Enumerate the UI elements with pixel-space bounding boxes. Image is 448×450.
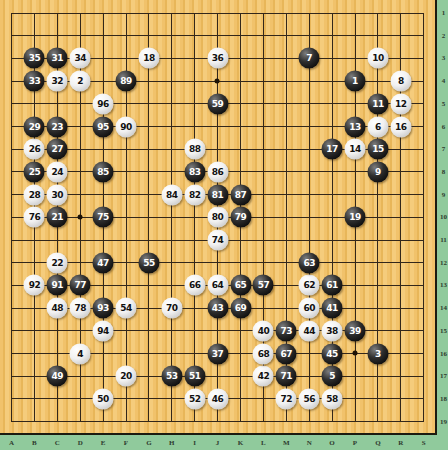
stone-white: 92	[24, 275, 45, 296]
stone-black: 75	[93, 207, 114, 228]
go-board-diagram: 1234567891011121314151617181920212223242…	[0, 0, 448, 450]
stone-number: 94	[97, 326, 109, 335]
stone-white: 62	[299, 275, 320, 296]
row-label: 16	[438, 350, 448, 358]
grid-line-horizontal	[11, 262, 424, 263]
stone-number: 32	[52, 77, 64, 86]
stone-number: 41	[326, 304, 338, 313]
stone-white: 82	[184, 184, 205, 205]
row-label: 18	[438, 395, 448, 403]
col-label: D	[73, 439, 87, 447]
stone-number: 33	[29, 77, 41, 86]
stone-black: 77	[70, 275, 91, 296]
stone-white: 52	[184, 388, 205, 409]
stone-number: 57	[258, 281, 270, 290]
stone-number: 28	[29, 190, 41, 199]
stone-black: 23	[47, 116, 68, 137]
stone-white: 94	[93, 320, 114, 341]
stone-number: 5	[329, 372, 335, 381]
stone-white: 4	[70, 343, 91, 364]
stone-black: 79	[230, 207, 251, 228]
stone-number: 1	[352, 77, 358, 86]
stone-number: 68	[258, 349, 270, 358]
stone-number: 4	[77, 349, 83, 358]
row-label: 5	[438, 100, 448, 108]
col-label: E	[96, 439, 110, 447]
stone-black: 53	[161, 366, 182, 387]
row-label: 17	[438, 372, 448, 380]
stone-number: 84	[166, 190, 178, 199]
stone-number: 13	[349, 122, 361, 131]
stone-number: 73	[281, 326, 293, 335]
stone-white: 2	[70, 71, 91, 92]
stone-number: 19	[349, 213, 361, 222]
stone-white: 64	[207, 275, 228, 296]
stone-number: 67	[281, 349, 293, 358]
stone-black: 27	[47, 139, 68, 160]
stone-number: 95	[97, 122, 109, 131]
stone-number: 23	[52, 122, 64, 131]
stone-number: 93	[97, 304, 109, 313]
stone-number: 37	[212, 349, 224, 358]
col-label: A	[5, 439, 19, 447]
stone-black: 43	[207, 298, 228, 319]
star-point	[77, 214, 82, 219]
stone-number: 45	[326, 349, 338, 358]
row-label: 1	[438, 9, 448, 17]
stone-white: 30	[47, 184, 68, 205]
stone-number: 86	[212, 167, 224, 176]
row-label: 19	[438, 418, 448, 426]
stone-black: 49	[47, 366, 68, 387]
row-label: 15	[438, 327, 448, 335]
stone-black: 25	[24, 161, 45, 182]
stone-number: 11	[372, 99, 384, 108]
stone-white: 54	[116, 298, 137, 319]
stone-white: 24	[47, 161, 68, 182]
row-label: 10	[438, 213, 448, 221]
stone-white: 6	[367, 116, 388, 137]
stone-black: 65	[230, 275, 251, 296]
stone-white: 78	[70, 298, 91, 319]
stone-number: 89	[120, 77, 132, 86]
stone-number: 56	[303, 394, 315, 403]
stone-white: 20	[116, 366, 137, 387]
stone-number: 8	[398, 77, 404, 86]
row-label: 12	[438, 259, 448, 267]
stone-white: 86	[207, 161, 228, 182]
col-label: Q	[371, 439, 385, 447]
row-label: 13	[438, 281, 448, 289]
stone-black: 55	[138, 252, 159, 273]
stone-white: 38	[322, 320, 343, 341]
stone-white: 48	[47, 298, 68, 319]
stone-white: 16	[390, 116, 411, 137]
stone-number: 59	[212, 99, 224, 108]
stone-number: 65	[235, 281, 247, 290]
stone-black: 93	[93, 298, 114, 319]
stone-white: 40	[253, 320, 274, 341]
col-label: P	[348, 439, 362, 447]
stone-black: 57	[253, 275, 274, 296]
stone-number: 91	[52, 281, 64, 290]
stone-black: 7	[299, 48, 320, 69]
stone-black: 45	[322, 343, 343, 364]
stone-black: 89	[116, 71, 137, 92]
stone-number: 31	[52, 54, 64, 63]
stone-number: 51	[189, 372, 201, 381]
stone-number: 83	[189, 167, 201, 176]
stone-number: 74	[212, 236, 224, 245]
stone-number: 62	[303, 281, 315, 290]
stone-black: 15	[367, 139, 388, 160]
stone-number: 85	[97, 167, 109, 176]
stone-white: 88	[184, 139, 205, 160]
stone-number: 63	[303, 258, 315, 267]
board-surface[interactable]: 1234567891011121314151617181920212223242…	[0, 0, 437, 435]
row-label: 7	[438, 145, 448, 153]
stone-number: 48	[52, 304, 64, 313]
stone-white: 46	[207, 388, 228, 409]
stone-black: 83	[184, 161, 205, 182]
stone-number: 50	[97, 394, 109, 403]
stone-number: 35	[29, 54, 41, 63]
stone-number: 16	[395, 122, 407, 131]
stone-number: 40	[258, 326, 270, 335]
stone-number: 2	[77, 77, 83, 86]
stone-number: 9	[375, 167, 381, 176]
stone-black: 91	[47, 275, 68, 296]
stone-number: 77	[74, 281, 86, 290]
stone-number: 92	[29, 281, 41, 290]
stone-white: 76	[24, 207, 45, 228]
stone-black: 17	[322, 139, 343, 160]
stone-number: 12	[395, 99, 407, 108]
stone-black: 59	[207, 93, 228, 114]
stone-number: 69	[235, 304, 247, 313]
stone-number: 72	[281, 394, 293, 403]
stone-number: 39	[349, 326, 361, 335]
stone-number: 3	[375, 349, 381, 358]
stone-number: 43	[212, 304, 224, 313]
stone-number: 27	[52, 145, 64, 154]
stone-white: 96	[93, 93, 114, 114]
stone-black: 31	[47, 48, 68, 69]
stone-black: 47	[93, 252, 114, 273]
stone-black: 37	[207, 343, 228, 364]
stone-number: 42	[258, 372, 270, 381]
stone-white: 22	[47, 252, 68, 273]
col-label: G	[142, 439, 156, 447]
stone-white: 18	[138, 48, 159, 69]
stone-white: 56	[299, 388, 320, 409]
col-label: I	[188, 439, 202, 447]
stone-black: 39	[345, 320, 366, 341]
stone-number: 54	[120, 304, 132, 313]
col-label: M	[279, 439, 293, 447]
stone-black: 51	[184, 366, 205, 387]
stone-number: 25	[29, 167, 41, 176]
stone-white: 70	[161, 298, 182, 319]
stone-number: 34	[74, 54, 86, 63]
stone-black: 81	[207, 184, 228, 205]
stone-number: 96	[97, 99, 109, 108]
stone-number: 88	[189, 145, 201, 154]
stone-black: 9	[367, 161, 388, 182]
stone-black: 1	[345, 71, 366, 92]
stone-number: 36	[212, 54, 224, 63]
stone-number: 47	[97, 258, 109, 267]
stone-white: 14	[345, 139, 366, 160]
row-label: 2	[438, 32, 448, 40]
stone-number: 6	[375, 122, 381, 131]
col-label: N	[302, 439, 316, 447]
stone-white: 34	[70, 48, 91, 69]
stone-black: 67	[276, 343, 297, 364]
grid-line-horizontal	[11, 35, 424, 36]
stone-black: 5	[322, 366, 343, 387]
stone-black: 69	[230, 298, 251, 319]
stone-number: 82	[189, 190, 201, 199]
stone-white: 60	[299, 298, 320, 319]
stone-number: 17	[326, 145, 338, 154]
stone-white: 68	[253, 343, 274, 364]
stone-number: 79	[235, 213, 247, 222]
stone-number: 66	[189, 281, 201, 290]
stone-white: 80	[207, 207, 228, 228]
stone-number: 61	[326, 281, 338, 290]
row-label: 4	[438, 77, 448, 85]
stone-black: 3	[367, 343, 388, 364]
row-label: 14	[438, 304, 448, 312]
stone-black: 11	[367, 93, 388, 114]
stone-number: 29	[29, 122, 41, 131]
stone-white: 26	[24, 139, 45, 160]
stone-number: 44	[303, 326, 315, 335]
stone-black: 85	[93, 161, 114, 182]
stone-black: 13	[345, 116, 366, 137]
stone-black: 29	[24, 116, 45, 137]
stone-white: 10	[367, 48, 388, 69]
stone-black: 63	[299, 252, 320, 273]
row-label: 6	[438, 123, 448, 131]
stone-black: 33	[24, 71, 45, 92]
col-label: L	[256, 439, 270, 447]
col-label: H	[165, 439, 179, 447]
stone-number: 18	[143, 54, 155, 63]
stone-number: 55	[143, 258, 155, 267]
row-label: 11	[438, 236, 448, 244]
stone-number: 87	[235, 190, 247, 199]
col-label: R	[394, 439, 408, 447]
stone-number: 30	[52, 190, 64, 199]
stone-black: 41	[322, 298, 343, 319]
stone-number: 78	[74, 304, 86, 313]
stone-number: 70	[166, 304, 178, 313]
col-label: J	[211, 439, 225, 447]
star-point	[215, 78, 220, 83]
stone-number: 14	[349, 145, 361, 154]
col-label: B	[27, 439, 41, 447]
col-label: O	[325, 439, 339, 447]
stone-number: 80	[212, 213, 224, 222]
stone-white: 36	[207, 48, 228, 69]
stone-number: 81	[212, 190, 224, 199]
stone-black: 87	[230, 184, 251, 205]
stone-number: 64	[212, 281, 224, 290]
stone-black: 61	[322, 275, 343, 296]
stone-number: 58	[326, 394, 338, 403]
stone-white: 28	[24, 184, 45, 205]
stone-number: 10	[372, 54, 384, 63]
stone-white: 50	[93, 388, 114, 409]
stone-white: 74	[207, 230, 228, 251]
stone-number: 49	[52, 372, 64, 381]
stone-black: 21	[47, 207, 68, 228]
stone-number: 76	[29, 213, 41, 222]
stone-white: 84	[161, 184, 182, 205]
stone-white: 44	[299, 320, 320, 341]
stone-number: 71	[281, 372, 293, 381]
stone-black: 19	[345, 207, 366, 228]
stone-number: 26	[29, 145, 41, 154]
stone-number: 46	[212, 394, 224, 403]
stone-number: 20	[120, 372, 132, 381]
stone-number: 24	[52, 167, 64, 176]
row-label: 8	[438, 168, 448, 176]
stone-black: 95	[93, 116, 114, 137]
stone-number: 90	[120, 122, 132, 131]
col-label: C	[50, 439, 64, 447]
stone-white: 72	[276, 388, 297, 409]
stone-white: 42	[253, 366, 274, 387]
row-label: 9	[438, 191, 448, 199]
col-label: F	[119, 439, 133, 447]
stone-black: 73	[276, 320, 297, 341]
stone-white: 58	[322, 388, 343, 409]
col-label: K	[234, 439, 248, 447]
stone-number: 53	[166, 372, 178, 381]
stone-number: 7	[306, 54, 312, 63]
stone-black: 71	[276, 366, 297, 387]
stone-number: 21	[52, 213, 64, 222]
stone-number: 38	[326, 326, 338, 335]
stone-number: 60	[303, 304, 315, 313]
stone-black: 35	[24, 48, 45, 69]
grid-line-horizontal	[11, 421, 424, 422]
stone-white: 12	[390, 93, 411, 114]
row-label: 3	[438, 54, 448, 62]
stone-number: 75	[97, 213, 109, 222]
col-label: S	[417, 439, 431, 447]
stone-number: 15	[372, 145, 384, 154]
stone-number: 52	[189, 394, 201, 403]
stone-white: 8	[390, 71, 411, 92]
stone-number: 22	[52, 258, 64, 267]
star-point	[352, 351, 357, 356]
stone-white: 32	[47, 71, 68, 92]
grid-line-horizontal	[11, 376, 424, 377]
stone-white: 66	[184, 275, 205, 296]
grid-line-horizontal	[11, 13, 424, 14]
stone-white: 90	[116, 116, 137, 137]
